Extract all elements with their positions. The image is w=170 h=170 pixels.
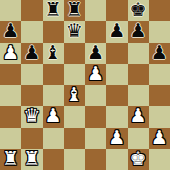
square-h6[interactable]: ♟ (149, 43, 170, 64)
black-queen: ♛ (66, 21, 83, 40)
square-a8[interactable] (0, 0, 21, 21)
square-h1[interactable] (149, 149, 170, 170)
square-e2[interactable] (85, 128, 106, 149)
square-f1[interactable] (106, 149, 127, 170)
square-g5[interactable] (128, 64, 149, 85)
white-queen: ♛ (23, 106, 40, 125)
square-a2[interactable] (0, 128, 21, 149)
square-d2[interactable] (64, 128, 85, 149)
square-b7[interactable] (21, 21, 42, 42)
square-g7[interactable]: ♟ (128, 21, 149, 42)
white-king: ♚ (130, 149, 147, 168)
square-a1[interactable]: ♜ (0, 149, 21, 170)
black-pawn: ♟ (2, 21, 19, 40)
square-c3[interactable]: ♟ (43, 106, 64, 127)
square-e1[interactable] (85, 149, 106, 170)
square-f4[interactable] (106, 85, 127, 106)
black-rook: ♜ (66, 0, 83, 19)
square-g2[interactable] (128, 128, 149, 149)
square-b2[interactable] (21, 128, 42, 149)
square-b1[interactable]: ♜ (21, 149, 42, 170)
square-b3[interactable]: ♛ (21, 106, 42, 127)
square-g6[interactable] (128, 43, 149, 64)
white-pawn: ♟ (108, 128, 125, 147)
square-d5[interactable] (64, 64, 85, 85)
square-d8[interactable]: ♜ (64, 0, 85, 21)
square-c6[interactable]: ♝ (43, 43, 64, 64)
square-c2[interactable] (43, 128, 64, 149)
square-e3[interactable] (85, 106, 106, 127)
square-c7[interactable] (43, 21, 64, 42)
black-pawn: ♟ (151, 43, 168, 62)
black-pawn: ♟ (23, 43, 40, 62)
square-h4[interactable] (149, 85, 170, 106)
square-h7[interactable] (149, 21, 170, 42)
square-g8[interactable]: ♚ (128, 0, 149, 21)
square-b5[interactable] (21, 64, 42, 85)
square-a6[interactable]: ♟ (0, 43, 21, 64)
square-e6[interactable]: ♟ (85, 43, 106, 64)
square-a7[interactable]: ♟ (0, 21, 21, 42)
white-bishop: ♝ (66, 85, 83, 104)
square-e7[interactable] (85, 21, 106, 42)
square-c4[interactable] (43, 85, 64, 106)
square-g3[interactable]: ♟ (128, 106, 149, 127)
square-d4[interactable]: ♝ (64, 85, 85, 106)
square-c5[interactable] (43, 64, 64, 85)
square-d6[interactable] (64, 43, 85, 64)
white-pawn: ♟ (87, 64, 104, 83)
black-pawn: ♟ (87, 43, 104, 62)
square-g4[interactable] (128, 85, 149, 106)
white-rook: ♜ (2, 149, 19, 168)
white-rook: ♜ (23, 149, 40, 168)
black-pawn: ♟ (108, 21, 125, 40)
square-d1[interactable] (64, 149, 85, 170)
square-e8[interactable] (85, 0, 106, 21)
square-h5[interactable] (149, 64, 170, 85)
square-f8[interactable] (106, 0, 127, 21)
square-e4[interactable] (85, 85, 106, 106)
square-f5[interactable] (106, 64, 127, 85)
black-rook: ♜ (45, 0, 62, 19)
square-f7[interactable]: ♟ (106, 21, 127, 42)
white-pawn: ♟ (45, 106, 62, 125)
square-b4[interactable] (21, 85, 42, 106)
square-d3[interactable] (64, 106, 85, 127)
square-h8[interactable] (149, 0, 170, 21)
square-c8[interactable]: ♜ (43, 0, 64, 21)
square-a3[interactable] (0, 106, 21, 127)
chess-board: ♜♜♚♟♛♟♟♟♟♝♟♟♟♝♛♟♟♟♟♜♜♚ (0, 0, 170, 170)
square-h2[interactable]: ♟ (149, 128, 170, 149)
square-b6[interactable]: ♟ (21, 43, 42, 64)
black-king: ♚ (130, 0, 147, 19)
white-pawn: ♟ (2, 43, 19, 62)
white-pawn: ♟ (130, 106, 147, 125)
square-d7[interactable]: ♛ (64, 21, 85, 42)
black-pawn: ♟ (130, 21, 147, 40)
square-a5[interactable] (0, 64, 21, 85)
square-f3[interactable] (106, 106, 127, 127)
black-bishop: ♝ (45, 43, 62, 62)
square-c1[interactable] (43, 149, 64, 170)
square-g1[interactable]: ♚ (128, 149, 149, 170)
white-pawn: ♟ (151, 128, 168, 147)
square-f6[interactable] (106, 43, 127, 64)
square-b8[interactable] (21, 0, 42, 21)
square-e5[interactable]: ♟ (85, 64, 106, 85)
square-a4[interactable] (0, 85, 21, 106)
square-h3[interactable] (149, 106, 170, 127)
square-f2[interactable]: ♟ (106, 128, 127, 149)
